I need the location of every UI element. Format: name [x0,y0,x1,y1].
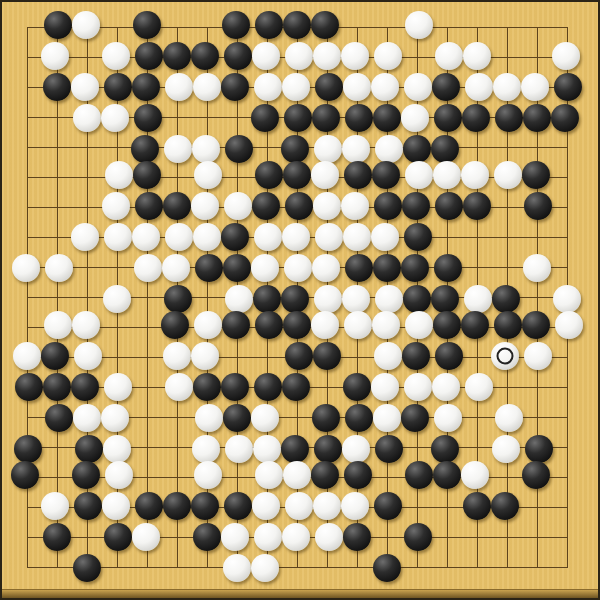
white-stone [254,523,282,551]
white-stone [163,342,191,370]
black-stone [312,104,340,132]
black-stone [374,192,402,220]
black-stone [492,285,520,313]
white-stone [523,254,551,282]
black-stone [135,42,163,70]
black-stone [343,373,371,401]
black-stone [71,373,99,401]
black-stone [522,461,550,489]
white-stone [374,42,402,70]
white-stone [493,73,521,101]
black-stone [43,373,71,401]
black-stone [551,104,579,132]
black-stone [44,11,72,39]
black-stone [373,104,401,132]
black-stone [434,104,462,132]
black-stone [252,192,280,220]
white-stone [72,11,100,39]
white-stone [344,311,372,339]
black-stone [43,523,71,551]
white-stone [191,192,219,220]
black-stone [191,492,219,520]
white-stone [312,254,340,282]
white-stone [284,254,312,282]
white-stone [165,223,193,251]
black-stone [463,492,491,520]
black-stone [135,492,163,520]
white-stone [405,311,433,339]
black-stone [463,192,491,220]
white-stone [164,135,192,163]
white-stone [225,285,253,313]
black-stone [431,435,459,463]
black-stone [221,73,249,101]
white-stone [492,435,520,463]
black-stone [554,73,582,101]
white-stone [193,73,221,101]
white-stone [224,192,252,220]
black-stone [373,254,401,282]
black-stone [281,285,309,313]
black-stone [164,285,192,313]
white-stone [285,492,313,520]
white-stone [434,404,462,432]
black-stone [401,404,429,432]
white-stone [494,161,522,189]
black-stone [14,435,42,463]
black-stone [282,373,310,401]
black-stone [221,373,249,401]
black-stone [225,135,253,163]
white-stone [255,461,283,489]
black-stone [254,373,282,401]
white-stone [313,492,341,520]
black-stone [132,73,160,101]
white-stone [435,42,463,70]
black-stone [435,342,463,370]
white-stone [251,554,279,582]
white-stone [315,223,343,251]
white-stone [251,254,279,282]
white-stone [342,285,370,313]
white-stone [73,404,101,432]
white-stone [371,73,399,101]
white-stone [13,342,41,370]
white-stone [555,311,583,339]
black-stone [222,11,250,39]
white-stone [101,404,129,432]
black-stone [311,11,339,39]
white-stone [132,523,160,551]
black-stone [133,161,161,189]
white-stone [253,435,281,463]
black-stone [311,461,339,489]
black-stone [431,135,459,163]
black-stone [11,461,39,489]
black-stone [193,373,221,401]
go-board[interactable] [0,0,600,600]
white-stone [524,342,552,370]
white-stone [101,104,129,132]
black-stone [344,461,372,489]
white-stone [341,42,369,70]
white-stone [12,254,40,282]
black-stone [434,254,462,282]
white-stone [103,285,131,313]
white-stone [102,192,130,220]
white-stone [45,254,73,282]
white-stone [404,373,432,401]
black-stone [134,104,162,132]
black-stone [373,554,401,582]
black-stone [251,104,279,132]
black-stone [221,223,249,251]
white-stone [254,73,282,101]
black-stone [402,192,430,220]
white-stone [162,254,190,282]
white-stone [461,461,489,489]
black-stone [283,311,311,339]
white-stone [374,342,402,370]
white-stone [74,342,102,370]
black-stone [433,461,461,489]
white-stone [461,161,489,189]
white-stone [371,223,399,251]
black-stone [435,192,463,220]
white-stone [313,192,341,220]
black-stone [283,11,311,39]
white-stone [193,223,221,251]
white-stone [314,135,342,163]
black-stone [255,11,283,39]
black-stone [253,285,281,313]
white-stone [314,285,342,313]
black-stone [314,435,342,463]
black-stone [163,192,191,220]
white-stone [104,223,132,251]
black-stone [283,161,311,189]
white-stone [465,73,493,101]
black-stone [223,404,251,432]
white-stone [283,461,311,489]
black-stone [255,161,283,189]
white-stone [343,223,371,251]
black-stone [161,311,189,339]
white-stone [285,42,313,70]
black-stone [524,192,552,220]
black-stone [522,161,550,189]
black-stone [431,285,459,313]
grid-line-horizontal [27,567,568,568]
black-stone [222,311,250,339]
white-stone [342,135,370,163]
black-stone [223,254,251,282]
white-stone [282,523,310,551]
black-stone [104,73,132,101]
white-stone [373,404,401,432]
black-stone [461,311,489,339]
black-stone [491,492,519,520]
white-stone [553,285,581,313]
black-stone [74,492,102,520]
white-stone [254,223,282,251]
white-stone [221,523,249,551]
black-stone [72,461,100,489]
white-stone [401,104,429,132]
black-stone [195,254,223,282]
black-stone [224,42,252,70]
black-stone [375,435,403,463]
white-stone [102,492,130,520]
white-stone [71,223,99,251]
black-stone [403,135,431,163]
black-stone [75,435,103,463]
white-stone [342,435,370,463]
black-stone [372,161,400,189]
board-bottom-edge [2,589,598,598]
black-stone [402,342,430,370]
black-stone [404,223,432,251]
black-stone [374,492,402,520]
black-stone [345,104,373,132]
black-stone [41,342,69,370]
black-stone [131,135,159,163]
black-stone [285,192,313,220]
black-stone [315,73,343,101]
white-stone [311,311,339,339]
white-stone [194,461,222,489]
white-stone [192,435,220,463]
black-stone [281,435,309,463]
white-stone [134,254,162,282]
black-stone [494,311,522,339]
white-stone [165,73,193,101]
white-stone [194,161,222,189]
white-stone [341,192,369,220]
black-stone [163,492,191,520]
white-stone [195,404,223,432]
black-stone [133,11,161,39]
black-stone [284,104,312,132]
black-stone [525,435,553,463]
black-stone [43,73,71,101]
white-stone [251,404,279,432]
black-stone [312,404,340,432]
white-stone [223,554,251,582]
black-stone [193,523,221,551]
white-stone [375,135,403,163]
white-stone [102,42,130,70]
white-stone [405,11,433,39]
black-stone [73,554,101,582]
white-stone [71,73,99,101]
white-stone [315,523,343,551]
white-stone [375,285,403,313]
white-stone [194,311,222,339]
black-stone [281,135,309,163]
white-stone [464,285,492,313]
black-stone [163,42,191,70]
white-stone [252,42,280,70]
black-stone [345,254,373,282]
white-stone [103,435,131,463]
black-stone [45,404,73,432]
black-stone [403,285,431,313]
white-stone [371,373,399,401]
black-stone [401,254,429,282]
white-stone [465,373,493,401]
black-stone [255,311,283,339]
black-stone [104,523,132,551]
white-stone [433,161,461,189]
white-stone [132,223,160,251]
white-stone [105,161,133,189]
white-stone [341,492,369,520]
black-stone [285,342,313,370]
white-stone [372,311,400,339]
black-stone [433,311,461,339]
white-stone [191,342,219,370]
white-stone [432,373,460,401]
white-stone [404,73,432,101]
white-stone [311,161,339,189]
black-stone [343,523,371,551]
white-stone [495,404,523,432]
white-stone [463,42,491,70]
last-move-marker [497,348,514,365]
white-stone [313,42,341,70]
white-stone [552,42,580,70]
black-stone [224,492,252,520]
black-stone [15,373,43,401]
black-stone [345,404,373,432]
white-stone [282,223,310,251]
white-stone [282,73,310,101]
black-stone [313,342,341,370]
black-stone [405,461,433,489]
black-stone [432,73,460,101]
black-stone [191,42,219,70]
white-stone [44,311,72,339]
white-stone [192,135,220,163]
black-stone [523,104,551,132]
white-stone [343,73,371,101]
white-stone [225,435,253,463]
white-stone [165,373,193,401]
white-stone [41,42,69,70]
white-stone [252,492,280,520]
black-stone [404,523,432,551]
black-stone [462,104,490,132]
white-stone [105,461,133,489]
black-stone [522,311,550,339]
white-stone [104,373,132,401]
white-stone [73,104,101,132]
black-stone [344,161,372,189]
white-stone [41,492,69,520]
black-stone [135,192,163,220]
black-stone [495,104,523,132]
white-stone [521,73,549,101]
white-stone [405,161,433,189]
white-stone [72,311,100,339]
